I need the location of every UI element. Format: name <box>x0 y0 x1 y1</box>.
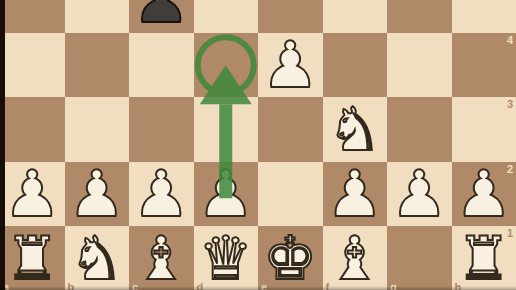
square-g3[interactable] <box>387 97 452 162</box>
white-pawn[interactable]: ♟ <box>194 162 259 227</box>
rank-label-4: 4 <box>507 35 513 46</box>
square-a5[interactable] <box>0 0 65 33</box>
video-frame: ♟♟4♞3♟♟♟♟♟♟♟2♜a♞b♝c♛d♚e♝fg♜1h <box>0 0 516 290</box>
white-knight[interactable]: ♞ <box>323 97 388 162</box>
square-f2[interactable]: ♟ <box>323 162 388 227</box>
square-d4[interactable] <box>194 33 259 98</box>
rank-label-3: 3 <box>507 99 513 110</box>
square-g1[interactable]: g <box>387 226 452 290</box>
square-e4[interactable]: ♟ <box>258 33 323 98</box>
square-a4[interactable] <box>0 33 65 98</box>
chess-board[interactable]: ♟♟4♞3♟♟♟♟♟♟♟2♜a♞b♝c♛d♚e♝fg♜1h <box>0 0 516 290</box>
square-b2[interactable]: ♟ <box>65 162 130 227</box>
square-f1[interactable]: ♝f <box>323 226 388 290</box>
bottom-shade <box>0 286 516 290</box>
white-pawn[interactable]: ♟ <box>129 162 194 227</box>
square-d1[interactable]: ♛d <box>194 226 259 290</box>
square-c5[interactable]: ♟ <box>129 0 194 33</box>
square-g2[interactable]: ♟ <box>387 162 452 227</box>
square-b3[interactable] <box>65 97 130 162</box>
square-e3[interactable] <box>258 97 323 162</box>
square-e1[interactable]: ♚e <box>258 226 323 290</box>
white-queen[interactable]: ♛ <box>194 226 259 290</box>
white-bishop[interactable]: ♝ <box>323 226 388 290</box>
square-c4[interactable] <box>129 33 194 98</box>
square-c3[interactable] <box>129 97 194 162</box>
white-pawn[interactable]: ♟ <box>0 162 65 227</box>
square-b1[interactable]: ♞b <box>65 226 130 290</box>
square-g5[interactable] <box>387 0 452 33</box>
square-b5[interactable] <box>65 0 130 33</box>
square-f3[interactable]: ♞ <box>323 97 388 162</box>
white-bishop[interactable]: ♝ <box>129 226 194 290</box>
square-c2[interactable]: ♟ <box>129 162 194 227</box>
square-d3[interactable] <box>194 97 259 162</box>
rank-label-2: 2 <box>507 164 513 175</box>
rank-label-1: 1 <box>507 228 513 239</box>
square-b4[interactable] <box>65 33 130 98</box>
white-rook[interactable]: ♜ <box>0 226 65 290</box>
square-h4[interactable]: 4 <box>452 33 516 98</box>
white-pawn[interactable]: ♟ <box>65 162 130 227</box>
square-f5[interactable] <box>323 0 388 33</box>
square-g4[interactable] <box>387 33 452 98</box>
square-a1[interactable]: ♜a <box>0 226 65 290</box>
square-a3[interactable] <box>0 97 65 162</box>
square-a2[interactable]: ♟ <box>0 162 65 227</box>
white-pawn[interactable]: ♟ <box>323 162 388 227</box>
square-f4[interactable] <box>323 33 388 98</box>
square-d5[interactable] <box>194 0 259 33</box>
square-c1[interactable]: ♝c <box>129 226 194 290</box>
letterbox-edge <box>0 0 5 290</box>
square-h2[interactable]: ♟2 <box>452 162 516 227</box>
square-h1[interactable]: ♜1h <box>452 226 516 290</box>
white-king[interactable]: ♚ <box>258 226 323 290</box>
white-pawn[interactable]: ♟ <box>387 162 452 227</box>
white-pawn[interactable]: ♟ <box>258 33 323 98</box>
black-pawn[interactable]: ♟ <box>129 0 194 33</box>
square-h3[interactable]: 3 <box>452 97 516 162</box>
square-e2[interactable] <box>258 162 323 227</box>
square-d2[interactable]: ♟ <box>194 162 259 227</box>
square-h5[interactable] <box>452 0 516 33</box>
white-knight[interactable]: ♞ <box>65 226 130 290</box>
